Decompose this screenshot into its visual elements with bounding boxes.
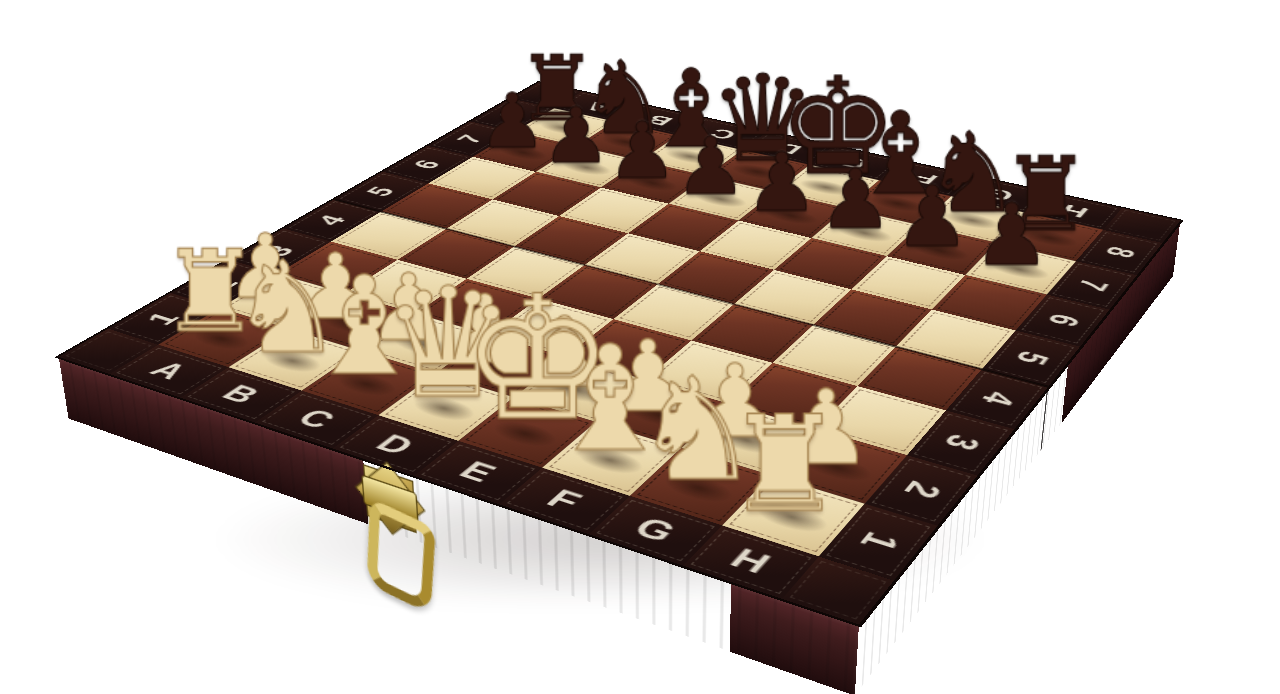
rank-label-left-7: 7 <box>451 132 492 146</box>
rank-label-left-3: 3 <box>257 242 303 259</box>
file-label-far-e: E <box>837 154 874 172</box>
piece-shadow <box>484 416 567 453</box>
piece-shadow <box>620 398 702 433</box>
piece-shadow <box>460 351 538 383</box>
piece-shadow <box>795 448 881 487</box>
piece-shadow <box>620 172 685 194</box>
rank-label-left-5: 5 <box>360 184 404 199</box>
file-label-near-e: E <box>451 456 506 488</box>
file-label-near-f: F <box>538 484 591 517</box>
piece-shadow <box>705 422 789 459</box>
file-label-near-h: H <box>722 542 780 580</box>
piece-shadow <box>254 345 331 377</box>
piece-shadow <box>385 329 461 360</box>
rank-label-right-4: 4 <box>971 387 1025 410</box>
piece-shadow <box>595 132 657 152</box>
piece-shadow <box>938 208 1006 232</box>
rank-label-right-1: 1 <box>848 526 909 555</box>
rank-label-right-2: 2 <box>892 476 951 503</box>
piece-shadow <box>659 146 722 167</box>
piece-shadow <box>747 496 836 538</box>
piece-shadow <box>793 176 858 199</box>
piece-shadow <box>1014 225 1083 250</box>
file-label-far-h: H <box>1055 200 1094 220</box>
piece-shadow <box>533 118 594 138</box>
piece-shadow <box>830 221 899 246</box>
rank-label-left-8: 8 <box>493 108 533 121</box>
rank-label-left-1: 1 <box>140 308 190 328</box>
piece-shadow <box>567 441 652 479</box>
piece-shadow <box>492 142 554 163</box>
piece-shadow <box>183 323 258 354</box>
rank-label-right-6: 6 <box>1038 310 1089 330</box>
file-label-near-g: G <box>626 512 686 549</box>
piece-shadow <box>538 374 618 408</box>
file-label-far-b: B <box>640 112 679 128</box>
file-label-near-b: B <box>213 380 269 409</box>
product-photo-scene: ABCDEFGH8♜♞♝♛♚♝♞♜87♟♟♟♟♟♟♟♟7665544332♟♟♟… <box>0 0 1280 694</box>
rank-label-right-3: 3 <box>933 430 990 455</box>
piece-shadow <box>905 238 975 264</box>
rank-label-right-7: 7 <box>1068 276 1117 295</box>
piece-shadow <box>555 157 619 179</box>
file-label-far-f: F <box>908 169 943 187</box>
rank-label-right-5: 5 <box>1005 347 1057 368</box>
piece-shadow <box>758 204 825 228</box>
file-label-far-c: C <box>703 125 742 142</box>
file-label-near-c: C <box>288 404 345 434</box>
file-label-far-d: D <box>769 139 808 156</box>
rank-label-left-6: 6 <box>407 157 449 171</box>
rank-label-left-4: 4 <box>310 212 355 228</box>
piece-shadow <box>864 192 931 215</box>
piece-shadow <box>984 256 1056 283</box>
piece-shadow <box>655 468 742 508</box>
rank-label-right-8: 8 <box>1096 243 1143 260</box>
file-label-near-a: A <box>141 357 197 385</box>
piece-shadow <box>327 368 406 401</box>
rank-label-left-2: 2 <box>200 274 248 293</box>
piece-shadow <box>404 391 485 426</box>
piece-shadow <box>244 288 317 317</box>
piece-shadow <box>688 188 754 211</box>
file-label-far-a: A <box>579 98 617 114</box>
frame-cell-file-label-far-g: G <box>951 176 1046 213</box>
file-label-far-g: G <box>978 184 1019 204</box>
piece-shadow <box>725 161 789 183</box>
piece-shadow <box>313 308 387 338</box>
